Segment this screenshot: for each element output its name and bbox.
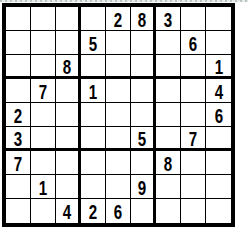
cell-r7c6[interactable]: [131, 151, 156, 175]
cell-r9c4[interactable]: 2: [81, 199, 106, 223]
given-digit: 1: [89, 80, 97, 102]
given-digit: 7: [189, 127, 197, 149]
cell-r3c1[interactable]: [6, 55, 31, 79]
cell-r1c6[interactable]: 8: [131, 7, 156, 31]
cell-r3c9[interactable]: 1: [206, 55, 231, 79]
cell-r1c8[interactable]: [181, 7, 206, 31]
cell-r7c4[interactable]: [81, 151, 106, 175]
given-digit: 6: [189, 32, 197, 54]
cell-r8c6[interactable]: 9: [131, 175, 156, 199]
sudoku-board: 2835681714263577819426: [2, 3, 235, 227]
cell-r7c2[interactable]: [31, 151, 56, 175]
given-digit: 6: [214, 104, 222, 126]
cell-r2c1[interactable]: [6, 31, 31, 55]
cell-r6c6[interactable]: 5: [131, 127, 156, 151]
cell-r4c2[interactable]: 7: [31, 79, 56, 103]
cell-r4c1[interactable]: [6, 79, 31, 103]
cell-r7c1[interactable]: 7: [6, 151, 31, 175]
cell-r8c2[interactable]: 1: [31, 175, 56, 199]
cell-r3c3[interactable]: 8: [56, 55, 81, 79]
cell-r4c7[interactable]: [156, 79, 181, 103]
given-digit: 5: [89, 32, 97, 54]
given-digit: 2: [89, 200, 97, 222]
cell-r9c7[interactable]: [156, 199, 181, 223]
cell-r5c3[interactable]: [56, 103, 81, 127]
cell-r8c4[interactable]: [81, 175, 106, 199]
cell-r6c4[interactable]: [81, 127, 106, 151]
cell-r5c1[interactable]: 2: [6, 103, 31, 127]
given-digit: 7: [14, 152, 22, 174]
given-digit: 1: [214, 55, 222, 77]
cell-r2c2[interactable]: [31, 31, 56, 55]
cell-r1c5[interactable]: 2: [106, 7, 131, 31]
cell-r8c1[interactable]: [6, 175, 31, 199]
given-digit: 6: [114, 200, 122, 222]
cell-r4c8[interactable]: [181, 79, 206, 103]
given-digit: 8: [164, 152, 172, 174]
cell-r1c7[interactable]: 3: [156, 7, 181, 31]
cell-r9c9[interactable]: [206, 199, 231, 223]
given-digit: 3: [14, 127, 22, 149]
cell-r4c3[interactable]: [56, 79, 81, 103]
cell-r4c9[interactable]: 4: [206, 79, 231, 103]
given-digit: 2: [14, 104, 22, 126]
cell-r7c5[interactable]: [106, 151, 131, 175]
cell-r5c4[interactable]: [81, 103, 106, 127]
cell-r8c3[interactable]: [56, 175, 81, 199]
sudoku-page: 2835681714263577819426: [0, 0, 248, 241]
cell-r6c3[interactable]: [56, 127, 81, 151]
given-digit: 1: [39, 176, 47, 198]
cell-r7c7[interactable]: 8: [156, 151, 181, 175]
cell-r2c5[interactable]: [106, 31, 131, 55]
cell-r2c6[interactable]: [131, 31, 156, 55]
cell-r8c8[interactable]: [181, 175, 206, 199]
cell-r1c2[interactable]: [31, 7, 56, 31]
cell-r5c9[interactable]: 6: [206, 103, 231, 127]
cell-r7c3[interactable]: [56, 151, 81, 175]
cell-r3c4[interactable]: [81, 55, 106, 79]
cell-r5c6[interactable]: [131, 103, 156, 127]
given-digit: 9: [138, 176, 146, 198]
cell-r2c8[interactable]: 6: [181, 31, 206, 55]
given-digit: 4: [214, 80, 222, 102]
cell-r1c3[interactable]: [56, 7, 81, 31]
cell-r3c6[interactable]: [131, 55, 156, 79]
cell-r5c7[interactable]: [156, 103, 181, 127]
cell-r2c4[interactable]: 5: [81, 31, 106, 55]
given-digit: 8: [63, 55, 71, 77]
given-digit: 4: [63, 200, 71, 222]
cell-r4c5[interactable]: [106, 79, 131, 103]
given-digit: 2: [114, 8, 122, 30]
cell-r6c2[interactable]: [31, 127, 56, 151]
cell-r1c9[interactable]: [206, 7, 231, 31]
given-digit: 3: [164, 8, 172, 30]
cell-r8c5[interactable]: [106, 175, 131, 199]
cell-r7c9[interactable]: [206, 151, 231, 175]
cell-r9c2[interactable]: [31, 199, 56, 223]
cell-r4c4[interactable]: 1: [81, 79, 106, 103]
cell-r8c7[interactable]: [156, 175, 181, 199]
cell-r5c8[interactable]: [181, 103, 206, 127]
cell-r6c9[interactable]: [206, 127, 231, 151]
cell-r9c6[interactable]: [131, 199, 156, 223]
cell-r8c9[interactable]: [206, 175, 231, 199]
cell-r9c3[interactable]: 4: [56, 199, 81, 223]
cell-r9c5[interactable]: 6: [106, 199, 131, 223]
cell-r3c8[interactable]: [181, 55, 206, 79]
cell-r2c3[interactable]: [56, 31, 81, 55]
cell-r9c8[interactable]: [181, 199, 206, 223]
cell-r7c8[interactable]: [181, 151, 206, 175]
cell-r3c5[interactable]: [106, 55, 131, 79]
cell-r6c8[interactable]: 7: [181, 127, 206, 151]
cell-r6c5[interactable]: [106, 127, 131, 151]
cell-r3c2[interactable]: [31, 55, 56, 79]
cell-r1c4[interactable]: [81, 7, 106, 31]
cell-r5c2[interactable]: [31, 103, 56, 127]
given-digit: 7: [39, 80, 47, 102]
cell-r6c1[interactable]: 3: [6, 127, 31, 151]
cell-r4c6[interactable]: [131, 79, 156, 103]
cell-r6c7[interactable]: [156, 127, 181, 151]
cell-r3c7[interactable]: [156, 55, 181, 79]
cell-r5c5[interactable]: [106, 103, 131, 127]
given-digit: 5: [138, 127, 146, 149]
cell-r9c1[interactable]: [6, 199, 31, 223]
screen-edge-artifact: [0, 0, 248, 2]
given-digit: 8: [138, 8, 146, 30]
cell-r2c7[interactable]: [156, 31, 181, 55]
cell-r2c9[interactable]: [206, 31, 231, 55]
cell-r1c1[interactable]: [6, 7, 31, 31]
